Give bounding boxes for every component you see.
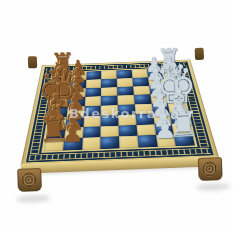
square-h4 xyxy=(100,137,119,150)
square-h8 xyxy=(174,134,195,146)
foot-shadow-right xyxy=(196,183,230,191)
product-photo: ♜♞♝♛♚♝♞♜♟♟♟♟♟♟♟♟♜♞♝♛♚♝♞♜♟♟♟♟♟♟♟♟ Bdeskor… xyxy=(0,0,233,233)
foot-shadow-left xyxy=(16,195,50,203)
board-foot-back-left xyxy=(28,56,37,68)
square-g2 xyxy=(64,127,83,139)
square-h6 xyxy=(137,135,157,148)
square-f1 xyxy=(48,117,67,128)
board-foot-back-right xyxy=(195,48,204,60)
square-g1 xyxy=(46,127,66,139)
square-h3 xyxy=(82,137,101,150)
board-foot-front-left xyxy=(17,168,42,192)
square-h2 xyxy=(63,138,83,151)
square-f8 xyxy=(170,112,190,123)
square-g3 xyxy=(82,126,100,138)
foot-scroll-ornament xyxy=(202,161,218,177)
square-h5 xyxy=(119,136,138,149)
square-g8 xyxy=(172,123,192,135)
square-g6 xyxy=(136,124,155,136)
square-h7 xyxy=(156,134,177,147)
watermark-text: Bdeskorra xyxy=(69,106,157,121)
square-g5 xyxy=(119,125,138,137)
square-h1 xyxy=(44,139,64,152)
square-g4 xyxy=(101,125,119,137)
board-foot-front-right xyxy=(198,157,223,181)
square-g7 xyxy=(154,123,174,135)
foot-scroll-ornament xyxy=(21,172,37,188)
